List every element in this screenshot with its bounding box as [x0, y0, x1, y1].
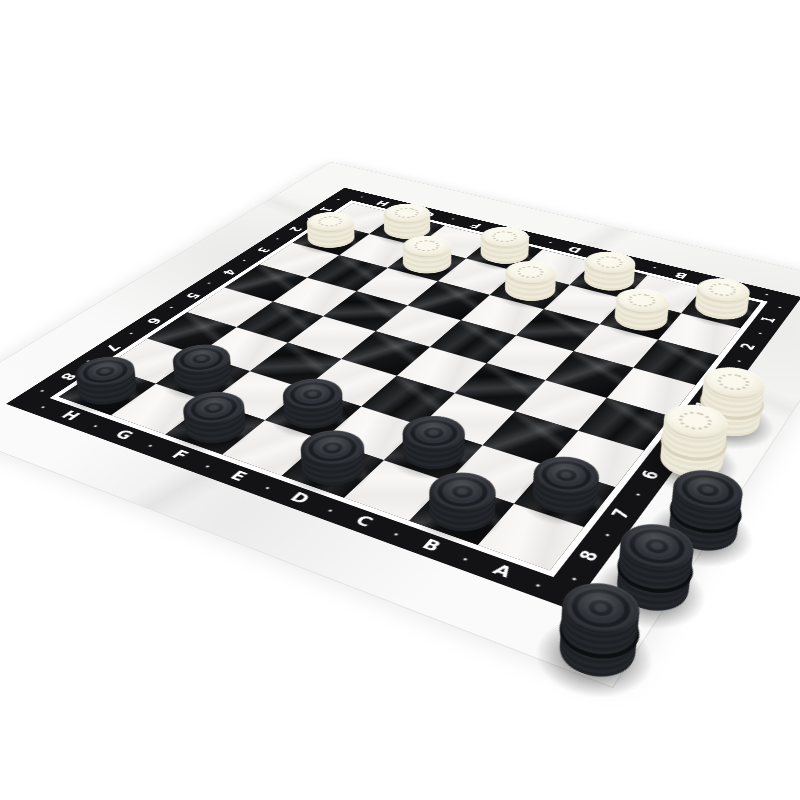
band-mark — [653, 267, 657, 269]
rosette-ring — [674, 409, 716, 433]
vinyl-sheet: HH11GG22FF33EE44DD55CC66BB77AA88 — [0, 162, 800, 688]
perspective-scene: HH11GG22FF33EE44DD55CC66BB77AA88 — [0, 0, 800, 800]
rosette-ring — [713, 371, 753, 393]
product-photo-stage: HH11GG22FF33EE44DD55CC66BB77AA88 — [0, 0, 800, 800]
